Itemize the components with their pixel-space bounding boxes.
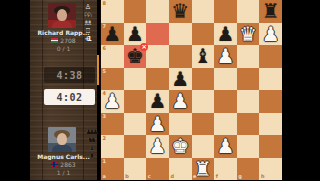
square-h5[interactable] bbox=[259, 68, 282, 91]
black-pawn[interactable]: ♟ bbox=[169, 68, 192, 91]
square-c1[interactable]: c bbox=[146, 158, 169, 181]
black-pawn[interactable]: ♟ bbox=[124, 23, 147, 46]
black-queen[interactable]: ♛ bbox=[169, 0, 192, 23]
white-pawn[interactable]: ♟ bbox=[214, 45, 237, 68]
square-f8[interactable] bbox=[214, 0, 237, 23]
square-e8[interactable] bbox=[192, 0, 215, 23]
bottom-player-rating-row: 2863 bbox=[30, 161, 97, 168]
rank-label-1: 1 bbox=[103, 159, 106, 164]
white-pawn[interactable]: ♟ bbox=[169, 90, 192, 113]
captured-piece-group: ♘♘ bbox=[81, 11, 95, 19]
square-c7[interactable] bbox=[146, 23, 169, 46]
square-b4[interactable] bbox=[124, 90, 147, 113]
square-c4[interactable]: ♟ bbox=[146, 90, 169, 113]
square-b2[interactable] bbox=[124, 135, 147, 158]
captured-piece-group: ♝ bbox=[85, 144, 99, 152]
top-player-rating: 2708 bbox=[60, 37, 75, 44]
square-g1[interactable]: g bbox=[237, 158, 260, 181]
square-a4[interactable]: 4♟ bbox=[101, 90, 124, 113]
square-a8[interactable]: 8 bbox=[101, 0, 124, 23]
captured-piece-group: ♖ bbox=[81, 27, 95, 35]
square-g6[interactable] bbox=[237, 45, 260, 68]
square-e5[interactable] bbox=[192, 68, 215, 91]
square-b6[interactable]: ♚× bbox=[124, 45, 147, 68]
white-pawn[interactable]: ♟ bbox=[146, 113, 169, 136]
square-e2[interactable] bbox=[192, 135, 215, 158]
white-pawn[interactable]: ♟ bbox=[214, 135, 237, 158]
captured-piece-group: ♜ bbox=[85, 152, 99, 160]
captured-piece-group: ♗♗ bbox=[81, 19, 95, 27]
avatar-body bbox=[52, 145, 72, 152]
black-pawn[interactable]: ♟ bbox=[214, 23, 237, 46]
square-h1[interactable]: h bbox=[259, 158, 282, 181]
file-label-g: g bbox=[238, 174, 242, 179]
square-g2[interactable] bbox=[237, 135, 260, 158]
top-player-match-score: 0 / 1 bbox=[30, 45, 97, 52]
bottom-player-rating: 2863 bbox=[60, 161, 75, 168]
square-d7[interactable] bbox=[169, 23, 192, 46]
square-a7[interactable]: 7♟ bbox=[101, 23, 124, 46]
square-e4[interactable] bbox=[192, 90, 215, 113]
square-h6[interactable] bbox=[259, 45, 282, 68]
avatar-body bbox=[52, 21, 72, 28]
square-c6[interactable] bbox=[146, 45, 169, 68]
avatar-face bbox=[57, 133, 67, 145]
square-e3[interactable] bbox=[192, 113, 215, 136]
square-c8[interactable] bbox=[146, 0, 169, 23]
file-label-c: c bbox=[148, 174, 151, 179]
square-g5[interactable] bbox=[237, 68, 260, 91]
square-b7[interactable]: ♟ bbox=[124, 23, 147, 46]
square-h3[interactable] bbox=[259, 113, 282, 136]
file-label-b: b bbox=[125, 174, 129, 179]
square-a5[interactable]: 5 bbox=[101, 68, 124, 91]
square-g7[interactable]: ♛ bbox=[237, 23, 260, 46]
square-d3[interactable] bbox=[169, 113, 192, 136]
file-label-e: e bbox=[193, 174, 196, 179]
rank-label-6: 6 bbox=[103, 46, 106, 51]
file-label-d: d bbox=[170, 174, 174, 179]
black-rook[interactable]: ♜ bbox=[259, 0, 282, 23]
square-f7[interactable]: ♟ bbox=[214, 23, 237, 46]
square-f3[interactable] bbox=[214, 113, 237, 136]
square-h2[interactable] bbox=[259, 135, 282, 158]
square-a3[interactable]: 3 bbox=[101, 113, 124, 136]
square-g8[interactable] bbox=[237, 0, 260, 23]
norway-flag-icon bbox=[51, 162, 58, 167]
square-d5[interactable]: ♟ bbox=[169, 68, 192, 91]
square-g3[interactable] bbox=[237, 113, 260, 136]
material-advantage: +1 bbox=[81, 35, 95, 43]
square-c2[interactable]: ♟ bbox=[146, 135, 169, 158]
square-f1[interactable]: f bbox=[214, 158, 237, 181]
rank-label-8: 8 bbox=[103, 1, 106, 6]
players-panel: Richard Rapp... 2708 0 / 1 ♙♘♘♗♗♖+1 4:38… bbox=[30, 0, 97, 180]
captured-pieces-bottom: ♟♟♟♞♞♝♜ bbox=[85, 128, 99, 160]
chess-board[interactable]: 8♛♜7♟♟♟♛♟6♚×♝♟5♟4♟♟♟3♟2♟♚♟1abcde♜fgh bbox=[100, 0, 282, 180]
square-c5[interactable] bbox=[146, 68, 169, 91]
square-h4[interactable] bbox=[259, 90, 282, 113]
white-king[interactable]: ♚ bbox=[169, 135, 192, 158]
square-e6[interactable]: ♝ bbox=[192, 45, 215, 68]
board-edge-glint bbox=[97, 55, 99, 85]
square-b3[interactable] bbox=[124, 113, 147, 136]
rank-label-5: 5 bbox=[103, 69, 106, 74]
square-d1[interactable]: d bbox=[169, 158, 192, 181]
white-pawn[interactable]: ♟ bbox=[259, 23, 282, 46]
square-b1[interactable]: b bbox=[124, 158, 147, 181]
square-h8[interactable]: ♜ bbox=[259, 0, 282, 23]
rank-label-4: 4 bbox=[103, 91, 106, 96]
square-f2[interactable]: ♟ bbox=[214, 135, 237, 158]
square-h7[interactable]: ♟ bbox=[259, 23, 282, 46]
rank-label-7: 7 bbox=[103, 24, 106, 29]
file-label-f: f bbox=[216, 174, 218, 179]
bottom-player-clock: 4:02 bbox=[44, 89, 95, 105]
square-d8[interactable]: ♛ bbox=[169, 0, 192, 23]
rank-label-2: 2 bbox=[103, 136, 106, 141]
square-e7[interactable] bbox=[192, 23, 215, 46]
square-a2[interactable]: 2 bbox=[101, 135, 124, 158]
black-pawn[interactable]: ♟ bbox=[146, 90, 169, 113]
avatar-face bbox=[57, 9, 67, 21]
file-label-a: a bbox=[103, 174, 106, 179]
square-f4[interactable] bbox=[214, 90, 237, 113]
captured-pieces-top: ♙♘♘♗♗♖+1 bbox=[81, 3, 95, 43]
square-d4[interactable]: ♟ bbox=[169, 90, 192, 113]
square-d6[interactable] bbox=[169, 45, 192, 68]
square-a1[interactable]: 1a bbox=[101, 158, 124, 181]
square-f5[interactable] bbox=[214, 68, 237, 91]
white-queen[interactable]: ♛ bbox=[237, 23, 260, 46]
file-label-h: h bbox=[261, 174, 265, 179]
captured-piece-group: ♙ bbox=[81, 3, 95, 11]
captured-piece-group: ♟♟♟ bbox=[85, 128, 99, 136]
hungary-flag-icon bbox=[51, 38, 58, 43]
square-f6[interactable]: ♟ bbox=[214, 45, 237, 68]
square-e1[interactable]: e♜ bbox=[192, 158, 215, 181]
black-bishop[interactable]: ♝ bbox=[192, 45, 215, 68]
white-pawn[interactable]: ♟ bbox=[146, 135, 169, 158]
square-c3[interactable]: ♟ bbox=[146, 113, 169, 136]
square-b8[interactable] bbox=[124, 0, 147, 23]
square-a6[interactable]: 6 bbox=[101, 45, 124, 68]
square-b5[interactable] bbox=[124, 68, 147, 91]
square-d2[interactable]: ♚ bbox=[169, 135, 192, 158]
rank-label-3: 3 bbox=[103, 114, 106, 119]
avatar-bottom-player bbox=[48, 127, 76, 152]
broadcast-screen: Richard Rapp... 2708 0 / 1 ♙♘♘♗♗♖+1 4:38… bbox=[0, 0, 320, 180]
captured-piece-group: ♞♞ bbox=[85, 136, 99, 144]
top-player-clock: 4:38 bbox=[44, 67, 95, 83]
bottom-player-match-score: 1 / 1 bbox=[30, 169, 97, 176]
avatar-top-player bbox=[48, 3, 76, 28]
square-g4[interactable] bbox=[237, 90, 260, 113]
